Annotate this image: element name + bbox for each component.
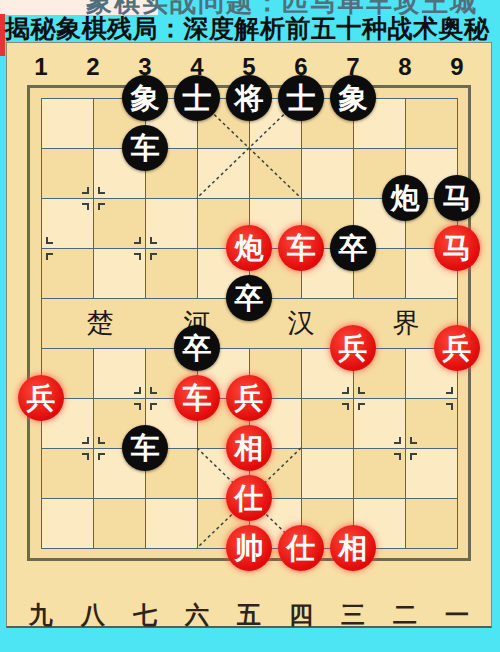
point-marker [410, 437, 417, 444]
bottom-col-label: 八 [81, 599, 105, 631]
point-marker [358, 387, 365, 394]
grid-vline [41, 98, 42, 549]
bottom-col-label: 四 [289, 599, 313, 631]
bottom-col-label: 一 [445, 599, 469, 631]
bottom-col-label: 二 [393, 599, 417, 631]
piece-red-soldier[interactable]: 兵 [330, 325, 376, 371]
piece-red-soldier[interactable]: 兵 [434, 325, 480, 371]
point-marker [342, 403, 349, 410]
bottom-col-label: 七 [133, 599, 157, 631]
point-marker [150, 387, 157, 394]
piece-red-cannon[interactable]: 炮 [226, 225, 272, 271]
point-marker [134, 403, 141, 410]
piece-red-advisor[interactable]: 仕 [226, 475, 272, 521]
top-col-label: 9 [450, 53, 463, 81]
point-marker [446, 387, 453, 394]
page: 象棋实战问题：匹马单车攻王城 揭秘象棋残局：深度解析前五十种战术奥秘 楚河汉界1… [0, 0, 500, 652]
piece-red-chariot[interactable]: 车 [278, 225, 324, 271]
board-cell [301, 148, 353, 198]
point-marker [134, 387, 141, 394]
point-marker [358, 403, 365, 410]
board-cell [197, 148, 249, 198]
point-marker [150, 403, 157, 410]
bottom-col-label: 三 [341, 599, 365, 631]
grid-vline [353, 348, 354, 549]
point-marker [342, 387, 349, 394]
grid-vline [93, 348, 94, 549]
piece-black-elephant[interactable]: 象 [330, 75, 376, 121]
piece-red-general[interactable]: 帅 [226, 525, 272, 571]
piece-red-elephant[interactable]: 相 [330, 525, 376, 571]
piece-red-soldier[interactable]: 兵 [226, 375, 272, 421]
piece-black-soldier[interactable]: 卒 [226, 275, 272, 321]
page-title: 揭秘象棋残局：深度解析前五十种战术奥秘 [5, 12, 499, 45]
bottom-col-label: 五 [237, 599, 261, 631]
river-text: 楚 [87, 305, 114, 341]
point-marker [82, 437, 89, 444]
piece-black-general[interactable]: 将 [226, 75, 272, 121]
piece-red-chariot[interactable]: 车 [174, 375, 220, 421]
point-marker [410, 453, 417, 460]
bottom-col-label: 六 [185, 599, 209, 631]
river-text: 汉 [288, 305, 315, 341]
piece-black-chariot[interactable]: 车 [122, 425, 168, 471]
piece-black-elephant[interactable]: 象 [122, 75, 168, 121]
grid-vline [405, 348, 406, 549]
grid-vline [301, 348, 302, 549]
point-marker [394, 437, 401, 444]
piece-red-elephant[interactable]: 相 [226, 425, 272, 471]
point-marker [134, 237, 141, 244]
point-marker [394, 453, 401, 460]
board-cell [41, 498, 93, 548]
point-marker [82, 453, 89, 460]
point-marker [134, 253, 141, 260]
point-marker [46, 253, 53, 260]
point-marker [150, 253, 157, 260]
grid-vline [93, 98, 94, 299]
piece-black-soldier[interactable]: 卒 [330, 225, 376, 271]
piece-red-soldier[interactable]: 兵 [18, 375, 64, 421]
piece-black-soldier[interactable]: 卒 [174, 325, 220, 371]
piece-black-horse[interactable]: 马 [434, 175, 480, 221]
top-col-label: 8 [398, 53, 411, 81]
top-col-label: 1 [34, 53, 47, 81]
board-cell [301, 448, 353, 498]
board-cell [41, 98, 93, 148]
board-cell [145, 498, 197, 548]
point-marker [446, 403, 453, 410]
point-marker [82, 203, 89, 210]
point-marker [98, 437, 105, 444]
piece-black-advisor[interactable]: 士 [278, 75, 324, 121]
point-marker [46, 237, 53, 244]
grid-vline [457, 98, 458, 549]
point-marker [98, 203, 105, 210]
piece-black-chariot[interactable]: 车 [122, 125, 168, 171]
point-marker [150, 237, 157, 244]
river-text: 界 [393, 305, 420, 341]
piece-red-advisor[interactable]: 仕 [278, 525, 324, 571]
piece-red-horse[interactable]: 马 [434, 225, 480, 271]
point-marker [98, 453, 105, 460]
bottom-col-label: 九 [29, 599, 53, 631]
point-marker [98, 187, 105, 194]
piece-black-advisor[interactable]: 士 [174, 75, 220, 121]
point-marker [82, 187, 89, 194]
grid-vline [197, 98, 198, 299]
top-col-label: 2 [86, 53, 99, 81]
piece-black-cannon[interactable]: 炮 [382, 175, 428, 221]
